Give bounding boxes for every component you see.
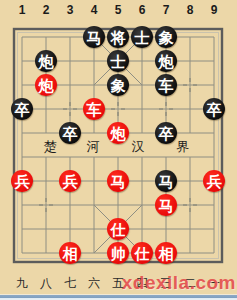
top-file-label-5: 5 [106, 2, 130, 18]
black-horse-piece[interactable]: 马 [155, 170, 177, 192]
bottom-file-label-1: 九 [10, 275, 34, 291]
black-soldier-piece[interactable]: 卒 [59, 122, 81, 144]
red-elephant-piece[interactable]: 相 [59, 242, 81, 264]
red-soldier-piece[interactable]: 兵 [203, 170, 225, 192]
red-advisor-piece[interactable]: 仕 [131, 242, 153, 264]
bottom-file-label-4: 六 [82, 275, 106, 291]
top-file-label-7: 7 [154, 2, 178, 18]
red-soldier-piece[interactable]: 兵 [59, 170, 81, 192]
xiangqi-diagram: 123456789 [0, 0, 237, 300]
black-cannon-piece[interactable]: 炮 [155, 50, 177, 72]
top-file-label-9: 9 [202, 2, 226, 18]
red-advisor-piece[interactable]: 仕 [107, 218, 129, 240]
xiangqi-board[interactable]: 马将士象炮士炮炮象车卒车卒卒炮卒兵兵马马兵马仕相帅仕相 [10, 25, 226, 265]
top-file-label-2: 2 [34, 2, 58, 18]
black-advisor-piece[interactable]: 士 [107, 50, 129, 72]
red-horse-piece[interactable]: 马 [155, 194, 177, 216]
bottom-page-rule [0, 294, 237, 300]
red-cannon-piece[interactable]: 炮 [35, 74, 57, 96]
red-elephant-piece[interactable]: 相 [155, 242, 177, 264]
black-elephant-piece[interactable]: 象 [107, 74, 129, 96]
top-file-label-6: 6 [130, 2, 154, 18]
top-file-label-4: 4 [82, 2, 106, 18]
black-horse-piece[interactable]: 马 [83, 26, 105, 48]
bottom-file-label-2: 八 [34, 275, 58, 291]
red-general-piece[interactable]: 帅 [107, 242, 129, 264]
top-coordinates: 123456789 [10, 2, 226, 18]
black-advisor-piece[interactable]: 士 [131, 26, 153, 48]
black-chariot-piece[interactable]: 车 [155, 74, 177, 96]
red-cannon-piece[interactable]: 炮 [107, 122, 129, 144]
bottom-file-label-3: 七 [58, 275, 82, 291]
black-soldier-piece[interactable]: 卒 [11, 98, 33, 120]
red-chariot-piece[interactable]: 车 [83, 98, 105, 120]
black-elephant-piece[interactable]: 象 [155, 26, 177, 48]
black-soldier-piece[interactable]: 卒 [155, 122, 177, 144]
red-soldier-piece[interactable]: 兵 [11, 170, 33, 192]
black-soldier-piece[interactable]: 卒 [203, 98, 225, 120]
top-file-label-1: 1 [10, 2, 34, 18]
black-cannon-piece[interactable]: 炮 [35, 50, 57, 72]
red-horse-piece[interactable]: 马 [107, 170, 129, 192]
black-general-piece[interactable]: 将 [107, 26, 129, 48]
top-file-label-3: 3 [58, 2, 82, 18]
top-file-label-8: 8 [178, 2, 202, 18]
watermark: xdexila.com [122, 272, 236, 294]
